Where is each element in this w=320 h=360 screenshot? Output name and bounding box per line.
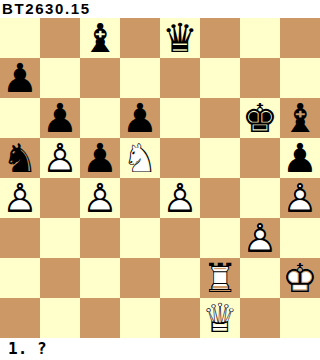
square-c8[interactable]: ♝ [80,18,120,58]
square-b5[interactable]: ♟♙ [40,138,80,178]
black-pawn-piece: ♟ [40,98,80,138]
black-knight-piece: ♞ [0,138,40,178]
square-d8[interactable] [120,18,160,58]
square-h2[interactable]: ♚♔ [280,258,320,298]
square-b3[interactable] [40,218,80,258]
square-c6[interactable] [80,98,120,138]
white-pawn-piece: ♟♙ [240,218,280,258]
white-rook-piece: ♜♖ [200,258,240,298]
square-b8[interactable] [40,18,80,58]
square-e7[interactable] [160,58,200,98]
square-f5[interactable] [200,138,240,178]
square-c4[interactable]: ♟♙ [80,178,120,218]
square-e6[interactable] [160,98,200,138]
square-g7[interactable] [240,58,280,98]
square-g6[interactable]: ♚ [240,98,280,138]
square-f7[interactable] [200,58,240,98]
square-a5[interactable]: ♞ [0,138,40,178]
square-h8[interactable] [280,18,320,58]
square-c1[interactable] [80,298,120,338]
square-e3[interactable] [160,218,200,258]
square-g8[interactable] [240,18,280,58]
white-king-piece: ♚♔ [280,258,320,298]
square-b4[interactable] [40,178,80,218]
square-f2[interactable]: ♜♖ [200,258,240,298]
square-d4[interactable] [120,178,160,218]
square-h3[interactable] [280,218,320,258]
square-c2[interactable] [80,258,120,298]
square-e1[interactable] [160,298,200,338]
square-b1[interactable] [40,298,80,338]
square-e2[interactable] [160,258,200,298]
white-pawn-piece: ♟♙ [160,178,200,218]
square-a4[interactable]: ♟♙ [0,178,40,218]
black-bishop-piece: ♝ [80,18,120,58]
white-pawn-piece: ♟♙ [0,178,40,218]
square-h6[interactable]: ♝ [280,98,320,138]
square-f3[interactable] [200,218,240,258]
square-b7[interactable] [40,58,80,98]
square-c7[interactable] [80,58,120,98]
white-queen-piece: ♛♕ [200,298,240,338]
black-king-piece: ♚ [240,98,280,138]
square-a1[interactable] [0,298,40,338]
square-f8[interactable] [200,18,240,58]
square-e4[interactable]: ♟♙ [160,178,200,218]
square-g3[interactable]: ♟♙ [240,218,280,258]
black-bishop-piece: ♝ [280,98,320,138]
square-g5[interactable] [240,138,280,178]
chess-board: ♝♛♟♟♟♚♝♞♟♙♟♞♘♟♟♙♟♙♟♙♟♙♟♙♜♖♚♔♛♕ [0,18,320,338]
puzzle-title: BT2630.15 [2,0,91,18]
square-h4[interactable]: ♟♙ [280,178,320,218]
square-d6[interactable]: ♟ [120,98,160,138]
square-c3[interactable] [80,218,120,258]
square-a7[interactable]: ♟ [0,58,40,98]
square-e5[interactable] [160,138,200,178]
square-c5[interactable]: ♟ [80,138,120,178]
square-d1[interactable] [120,298,160,338]
square-a6[interactable] [0,98,40,138]
black-queen-piece: ♛ [160,18,200,58]
square-b2[interactable] [40,258,80,298]
square-d5[interactable]: ♞♘ [120,138,160,178]
white-knight-piece: ♞♘ [120,138,160,178]
square-d2[interactable] [120,258,160,298]
square-d3[interactable] [120,218,160,258]
move-prompt: 1. ? [8,339,47,359]
white-pawn-piece: ♟♙ [280,178,320,218]
black-pawn-piece: ♟ [120,98,160,138]
white-pawn-piece: ♟♙ [40,138,80,178]
square-a2[interactable] [0,258,40,298]
square-a8[interactable] [0,18,40,58]
square-h7[interactable] [280,58,320,98]
black-pawn-piece: ♟ [0,58,40,98]
square-e8[interactable]: ♛ [160,18,200,58]
black-pawn-piece: ♟ [80,138,120,178]
square-h1[interactable] [280,298,320,338]
black-pawn-piece: ♟ [280,138,320,178]
square-f6[interactable] [200,98,240,138]
square-d7[interactable] [120,58,160,98]
square-g4[interactable] [240,178,280,218]
square-f1[interactable]: ♛♕ [200,298,240,338]
square-g2[interactable] [240,258,280,298]
chess-diagram-window: BT2630.15 ♝♛♟♟♟♚♝♞♟♙♟♞♘♟♟♙♟♙♟♙♟♙♟♙♜♖♚♔♛♕… [0,0,320,360]
square-f4[interactable] [200,178,240,218]
square-b6[interactable]: ♟ [40,98,80,138]
square-a3[interactable] [0,218,40,258]
square-g1[interactable] [240,298,280,338]
square-h5[interactable]: ♟ [280,138,320,178]
white-pawn-piece: ♟♙ [80,178,120,218]
